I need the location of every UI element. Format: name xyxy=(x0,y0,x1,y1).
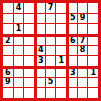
cell-r2c2[interactable] xyxy=(14,14,24,24)
cell-r5c7[interactable] xyxy=(67,46,77,56)
cell-r3c4[interactable] xyxy=(35,24,45,34)
cell-r2c3[interactable] xyxy=(24,14,34,24)
cell-r4c9[interactable] xyxy=(88,35,98,45)
given-digit: 7 xyxy=(48,4,54,12)
cell-r5c5[interactable] xyxy=(46,46,56,56)
cell-r3c3[interactable] xyxy=(24,24,34,34)
cell-r2c5[interactable] xyxy=(46,14,56,24)
cell-r6c1[interactable] xyxy=(3,56,13,66)
cell-r1c6[interactable] xyxy=(56,3,66,13)
cell-r3c5[interactable] xyxy=(46,24,56,34)
cell-r6c7[interactable] xyxy=(67,56,77,66)
cell-r4c4[interactable] xyxy=(35,35,45,45)
cell-r6c5[interactable] xyxy=(46,56,56,66)
cell-r1c4[interactable] xyxy=(35,3,45,13)
cell-r8c5[interactable]: 5 xyxy=(46,78,56,88)
cell-r3c7[interactable] xyxy=(67,24,77,34)
given-digit: 2 xyxy=(5,37,11,45)
cell-r5c1[interactable] xyxy=(3,46,13,56)
cell-r5c2[interactable] xyxy=(14,46,24,56)
cell-r1c1[interactable] xyxy=(3,3,13,13)
given-digit: 3 xyxy=(70,69,76,77)
cell-r3c6[interactable] xyxy=(56,24,66,34)
given-digit: 5 xyxy=(70,14,76,22)
cell-r5c8[interactable]: 8 xyxy=(78,46,88,56)
cell-r5c4[interactable]: 4 xyxy=(35,46,45,56)
cell-r7c4[interactable] xyxy=(35,67,45,77)
cell-r7c5[interactable] xyxy=(46,67,56,77)
cell-r7c9[interactable]: 1 xyxy=(88,67,98,77)
given-digit: 3 xyxy=(38,57,44,65)
cell-r7c7[interactable]: 3 xyxy=(67,67,77,77)
cell-r1c5[interactable]: 7 xyxy=(46,3,56,13)
cell-r1c7[interactable] xyxy=(67,3,77,13)
given-digit: 1 xyxy=(16,25,22,33)
cell-r3c9[interactable] xyxy=(88,24,98,34)
cell-r9c8[interactable] xyxy=(78,88,88,98)
cell-r8c1[interactable]: 9 xyxy=(3,78,13,88)
cell-r3c2[interactable]: 1 xyxy=(14,24,24,34)
cell-r4c1[interactable]: 2 xyxy=(3,35,13,45)
given-digit: 5 xyxy=(48,78,54,86)
cell-r4c2[interactable] xyxy=(14,35,24,45)
cell-r8c3[interactable] xyxy=(24,78,34,88)
given-digit: 9 xyxy=(80,14,86,22)
cell-r8c8[interactable] xyxy=(78,78,88,88)
cell-r3c8[interactable] xyxy=(78,24,88,34)
cell-r3c1[interactable] xyxy=(3,24,13,34)
cell-r9c1[interactable] xyxy=(3,88,13,98)
given-digit: 7 xyxy=(80,37,86,45)
cell-r4c7[interactable]: 6 xyxy=(67,35,77,45)
cell-r4c3[interactable] xyxy=(24,35,34,45)
given-digit: 1 xyxy=(90,69,96,77)
cell-r5c9[interactable] xyxy=(88,46,98,56)
cell-r7c1[interactable]: 6 xyxy=(3,67,13,77)
cell-r1c2[interactable]: 4 xyxy=(14,3,24,13)
cell-r9c5[interactable] xyxy=(46,88,56,98)
cell-r6c2[interactable] xyxy=(14,56,24,66)
cell-r7c8[interactable] xyxy=(78,67,88,77)
sudoku-board: 47591267483163195 xyxy=(0,0,101,101)
cell-r9c4[interactable] xyxy=(35,88,45,98)
given-digit: 9 xyxy=(5,78,11,86)
cell-r9c2[interactable] xyxy=(14,88,24,98)
cell-r8c9[interactable] xyxy=(88,78,98,88)
cell-r9c6[interactable] xyxy=(56,88,66,98)
given-digit: 4 xyxy=(38,46,44,54)
given-digit: 6 xyxy=(70,37,76,45)
cell-r6c8[interactable] xyxy=(78,56,88,66)
cell-r8c6[interactable] xyxy=(56,78,66,88)
cell-r6c6[interactable]: 1 xyxy=(56,56,66,66)
cell-r2c1[interactable] xyxy=(3,14,13,24)
cell-r7c3[interactable] xyxy=(24,67,34,77)
cell-r9c7[interactable] xyxy=(67,88,77,98)
cell-r1c8[interactable] xyxy=(78,3,88,13)
cell-r5c3[interactable] xyxy=(24,46,34,56)
given-digit: 4 xyxy=(16,4,22,12)
cell-r5c6[interactable] xyxy=(56,46,66,56)
cell-r2c8[interactable]: 9 xyxy=(78,14,88,24)
cell-r4c8[interactable]: 7 xyxy=(78,35,88,45)
cell-r1c9[interactable] xyxy=(88,3,98,13)
cell-r7c6[interactable] xyxy=(56,67,66,77)
cell-r2c6[interactable] xyxy=(56,14,66,24)
cell-r4c5[interactable] xyxy=(46,35,56,45)
cell-r7c2[interactable] xyxy=(14,67,24,77)
cell-r9c9[interactable] xyxy=(88,88,98,98)
cell-r8c4[interactable] xyxy=(35,78,45,88)
cell-r6c4[interactable]: 3 xyxy=(35,56,45,66)
cell-r2c4[interactable] xyxy=(35,14,45,24)
cell-r9c3[interactable] xyxy=(24,88,34,98)
cell-r8c2[interactable] xyxy=(14,78,24,88)
cell-r2c7[interactable]: 5 xyxy=(67,14,77,24)
cell-r1c3[interactable] xyxy=(24,3,34,13)
cell-r8c7[interactable] xyxy=(67,78,77,88)
cell-r2c9[interactable] xyxy=(88,14,98,24)
cell-r6c3[interactable] xyxy=(24,56,34,66)
given-digit: 1 xyxy=(58,57,64,65)
cell-r6c9[interactable] xyxy=(88,56,98,66)
given-digit: 6 xyxy=(5,69,11,77)
given-digit: 8 xyxy=(80,46,86,54)
cell-r4c6[interactable] xyxy=(56,35,66,45)
